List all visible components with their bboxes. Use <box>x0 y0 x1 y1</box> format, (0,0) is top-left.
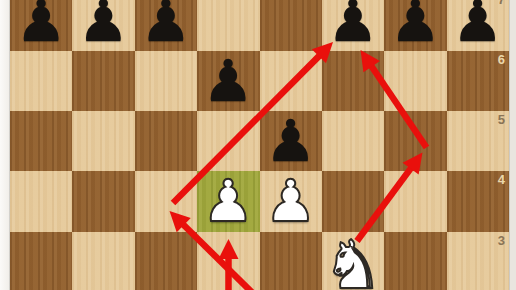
rank-label-7: 7 <box>498 0 505 6</box>
square-d4[interactable]: ♟ <box>197 171 259 231</box>
square-e7[interactable] <box>260 0 322 51</box>
square-c3[interactable] <box>135 232 197 290</box>
square-e5[interactable]: ♟ <box>260 111 322 171</box>
left-margin <box>0 0 10 290</box>
square-d6[interactable]: ♟ <box>197 51 259 111</box>
black-pawn-f7[interactable]: ♟ <box>327 0 379 50</box>
square-g3[interactable] <box>384 232 446 290</box>
square-d3[interactable] <box>197 232 259 290</box>
black-pawn-d6[interactable]: ♟ <box>202 52 254 110</box>
rank-label-6: 6 <box>498 53 505 66</box>
chess-thumbnail: ♟♟♟♟♟♟7♟6♟5♟♟4♞3 <box>0 0 516 290</box>
black-pawn-h7[interactable]: ♟ <box>452 0 504 50</box>
square-h7[interactable]: ♟7 <box>447 0 509 51</box>
square-f5[interactable] <box>322 111 384 171</box>
black-pawn-a7[interactable]: ♟ <box>15 0 67 50</box>
rank-label-4: 4 <box>498 173 505 186</box>
square-f3[interactable]: ♞ <box>322 232 384 290</box>
black-pawn-c7[interactable]: ♟ <box>140 0 192 50</box>
square-h3[interactable]: 3 <box>447 232 509 290</box>
white-pawn-d4[interactable]: ♟ <box>202 172 254 230</box>
square-a7[interactable]: ♟ <box>10 0 72 51</box>
square-b7[interactable]: ♟ <box>72 0 134 51</box>
square-h4[interactable]: 4 <box>447 171 509 231</box>
white-pawn-e4[interactable]: ♟ <box>265 172 317 230</box>
black-pawn-e5[interactable]: ♟ <box>265 112 317 170</box>
black-pawn-g7[interactable]: ♟ <box>389 0 441 50</box>
square-g7[interactable]: ♟ <box>384 0 446 51</box>
square-c5[interactable] <box>135 111 197 171</box>
square-f7[interactable]: ♟ <box>322 0 384 51</box>
square-b3[interactable] <box>72 232 134 290</box>
black-pawn-b7[interactable]: ♟ <box>78 0 130 50</box>
square-d5[interactable] <box>197 111 259 171</box>
square-e4[interactable]: ♟ <box>260 171 322 231</box>
square-f6[interactable] <box>322 51 384 111</box>
square-b5[interactable] <box>72 111 134 171</box>
square-b6[interactable] <box>72 51 134 111</box>
square-c6[interactable] <box>135 51 197 111</box>
rank-label-5: 5 <box>498 113 505 126</box>
rank-label-3: 3 <box>498 234 505 247</box>
chess-board: ♟♟♟♟♟♟7♟6♟5♟♟4♞3 <box>10 0 509 290</box>
white-knight-f3[interactable]: ♞ <box>323 232 383 290</box>
square-a4[interactable] <box>10 171 72 231</box>
square-e3[interactable] <box>260 232 322 290</box>
square-g6[interactable] <box>384 51 446 111</box>
square-c7[interactable]: ♟ <box>135 0 197 51</box>
square-g4[interactable] <box>384 171 446 231</box>
square-f4[interactable] <box>322 171 384 231</box>
square-e6[interactable] <box>260 51 322 111</box>
square-g5[interactable] <box>384 111 446 171</box>
square-a6[interactable] <box>10 51 72 111</box>
right-margin <box>508 0 516 290</box>
square-a3[interactable] <box>10 232 72 290</box>
square-a5[interactable] <box>10 111 72 171</box>
square-c4[interactable] <box>135 171 197 231</box>
square-b4[interactable] <box>72 171 134 231</box>
square-h6[interactable]: 6 <box>447 51 509 111</box>
square-d7[interactable] <box>197 0 259 51</box>
square-h5[interactable]: 5 <box>447 111 509 171</box>
